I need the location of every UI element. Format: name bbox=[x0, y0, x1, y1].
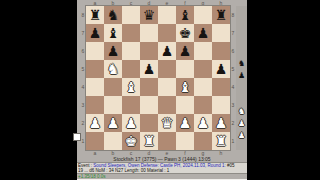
square-g1[interactable] bbox=[194, 132, 212, 150]
square-f5[interactable] bbox=[176, 60, 194, 78]
square-e1[interactable] bbox=[158, 132, 176, 150]
square-g8[interactable] bbox=[194, 6, 212, 24]
square-c8[interactable] bbox=[122, 6, 140, 24]
white-king-c1[interactable]: ♚ bbox=[122, 132, 140, 150]
white-to-move-indicator bbox=[73, 133, 81, 141]
black-pawn-h5[interactable]: ♟ bbox=[212, 60, 230, 78]
square-d4[interactable] bbox=[140, 78, 158, 96]
square-c5[interactable] bbox=[122, 60, 140, 78]
white-bishop-c4[interactable]: ♝ bbox=[122, 78, 140, 96]
chess-board[interactable]: ♜♞♛♝♜♟♝♚♟♟♟♟♞♟♟♝♝♟♟♟♛♟♟♟♚♜♜ bbox=[86, 6, 230, 150]
square-g3[interactable] bbox=[194, 96, 212, 114]
white-pawn-g2[interactable]: ♟ bbox=[194, 114, 212, 132]
white-knight-b5[interactable]: ♞ bbox=[104, 60, 122, 78]
black-bishop-f8[interactable]: ♝ bbox=[176, 6, 194, 24]
black-knight-b8[interactable]: ♞ bbox=[104, 6, 122, 24]
chess-gui-panel: abcdefgh 87654321 ♜♞♛♝♜♟♝♚♟♟♟♟♞♟♟♝♝♟♟♟♛♟… bbox=[77, 0, 247, 180]
black-rook-a8[interactable]: ♜ bbox=[86, 6, 104, 24]
black-rook-h8[interactable]: ♜ bbox=[212, 6, 230, 24]
square-c6[interactable] bbox=[122, 42, 140, 60]
square-e5[interactable] bbox=[158, 60, 176, 78]
square-b3[interactable] bbox=[104, 96, 122, 114]
square-a4[interactable] bbox=[86, 78, 104, 96]
square-a6[interactable] bbox=[86, 42, 104, 60]
square-a5[interactable] bbox=[86, 60, 104, 78]
square-g6[interactable] bbox=[194, 42, 212, 60]
square-f3[interactable] bbox=[176, 96, 194, 114]
square-f1[interactable] bbox=[176, 132, 194, 150]
black-pawn-f6[interactable]: ♟ bbox=[176, 42, 194, 60]
square-e8[interactable] bbox=[158, 6, 176, 24]
white-bishop-f4[interactable]: ♝ bbox=[176, 78, 194, 96]
white-queen-e2[interactable]: ♛ bbox=[158, 114, 176, 132]
square-h4[interactable] bbox=[212, 78, 230, 96]
stats-line: 19 ... d6 NoM : 34 N27 Length: 00 Materi… bbox=[77, 168, 247, 173]
black-king-f7[interactable]: ♚ bbox=[176, 24, 194, 42]
captured-white-knight-icon: ♞ bbox=[236, 106, 247, 117]
black-pawn-g7[interactable]: ♟ bbox=[194, 24, 212, 42]
black-bishop-b7[interactable]: ♝ bbox=[104, 24, 122, 42]
square-d7[interactable] bbox=[140, 24, 158, 42]
caption-area: Stockfish 17 (3775) — Pawn 3 (1444) 13:0… bbox=[77, 156, 247, 180]
square-h7[interactable] bbox=[212, 24, 230, 42]
white-pawn-h2[interactable]: ♟ bbox=[212, 114, 230, 132]
square-a1[interactable] bbox=[86, 132, 104, 150]
square-b1[interactable] bbox=[104, 132, 122, 150]
square-e7[interactable] bbox=[158, 24, 176, 42]
black-pawn-e6[interactable]: ♟ bbox=[158, 42, 176, 60]
square-e4[interactable] bbox=[158, 78, 176, 96]
black-queen-d8[interactable]: ♛ bbox=[140, 6, 158, 24]
square-h3[interactable] bbox=[212, 96, 230, 114]
square-d2[interactable] bbox=[140, 114, 158, 132]
square-c3[interactable] bbox=[122, 96, 140, 114]
black-pawn-d5[interactable]: ♟ bbox=[140, 60, 158, 78]
captured-white-pawn-icon: ♟ bbox=[236, 130, 247, 141]
white-pawn-c2[interactable]: ♟ bbox=[122, 114, 140, 132]
square-d6[interactable] bbox=[140, 42, 158, 60]
square-g4[interactable] bbox=[194, 78, 212, 96]
captured-pieces-tray: ♞♟♞♟♟ bbox=[236, 6, 247, 150]
white-rook-h1[interactable]: ♜ bbox=[212, 132, 230, 150]
square-c7[interactable] bbox=[122, 24, 140, 42]
square-e3[interactable] bbox=[158, 96, 176, 114]
event-date-link[interactable]: 2024.11.03, Round 1: bbox=[183, 163, 227, 168]
square-d3[interactable] bbox=[140, 96, 158, 114]
white-pawn-f2[interactable]: ♟ bbox=[176, 114, 194, 132]
square-a3[interactable] bbox=[86, 96, 104, 114]
square-h6[interactable] bbox=[212, 42, 230, 60]
white-rook-d1[interactable]: ♜ bbox=[140, 132, 158, 150]
black-pawn-b6[interactable]: ♟ bbox=[104, 42, 122, 60]
white-pawn-a2[interactable]: ♟ bbox=[86, 114, 104, 132]
white-pawn-b2[interactable]: ♟ bbox=[104, 114, 122, 132]
game-info-box: Event : Sound Sleepers, Owen Defense: Ca… bbox=[77, 162, 247, 174]
captured-white-pawn-icon: ♟ bbox=[236, 118, 247, 129]
captured-black-pawn-icon: ♟ bbox=[236, 70, 247, 81]
black-pawn-a7[interactable]: ♟ bbox=[86, 24, 104, 42]
square-g5[interactable] bbox=[194, 60, 212, 78]
event-tag: #05 bbox=[227, 163, 235, 168]
captured-black-knight-icon: ♞ bbox=[236, 58, 247, 69]
bottom-strip bbox=[77, 179, 247, 180]
square-b4[interactable] bbox=[104, 78, 122, 96]
